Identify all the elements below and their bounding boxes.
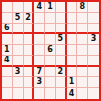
cell-r3c2[interactable] <box>13 24 24 35</box>
cell-r9c4[interactable] <box>34 88 45 99</box>
cell-r8c1[interactable] <box>2 77 13 88</box>
cell-r6c5[interactable] <box>45 56 56 67</box>
cell-r9c3[interactable] <box>24 88 35 99</box>
cell-r9c8[interactable] <box>77 88 88 99</box>
cell-r6c2[interactable] <box>13 56 24 67</box>
cell-r6c3[interactable] <box>24 56 35 67</box>
cell-r3c9[interactable] <box>88 24 99 35</box>
cell-r6c9[interactable] <box>88 56 99 67</box>
cell-r3c5[interactable] <box>45 24 56 35</box>
cell-r7c6[interactable]: 2 <box>56 67 67 78</box>
cell-r1c2[interactable] <box>13 2 24 13</box>
cell-r5c1[interactable]: 1 <box>2 45 13 56</box>
cell-r2c7[interactable] <box>67 13 78 24</box>
cell-r8c9[interactable] <box>88 77 99 88</box>
cell-r8c5[interactable] <box>45 77 56 88</box>
cell-r5c3[interactable] <box>24 45 35 56</box>
cell-r9c9[interactable] <box>88 88 99 99</box>
cell-r2c8[interactable] <box>77 13 88 24</box>
cell-r6c6[interactable] <box>56 56 67 67</box>
cell-r5c4[interactable] <box>34 45 45 56</box>
cell-r4c6[interactable]: 5 <box>56 34 67 45</box>
cell-r5c6[interactable] <box>56 45 67 56</box>
cell-r7c7[interactable] <box>67 67 78 78</box>
cell-r5c8[interactable] <box>77 45 88 56</box>
cell-r1c4[interactable]: 4 <box>34 2 45 13</box>
cell-r5c5[interactable]: 6 <box>45 45 56 56</box>
cell-r1c7[interactable] <box>67 2 78 13</box>
cell-r7c8[interactable] <box>77 67 88 78</box>
cell-r7c3[interactable] <box>24 67 35 78</box>
cell-r3c6[interactable] <box>56 24 67 35</box>
cell-r5c9[interactable] <box>88 45 99 56</box>
cell-r8c8[interactable] <box>77 77 88 88</box>
cell-r9c6[interactable] <box>56 88 67 99</box>
cell-r9c1[interactable] <box>2 88 13 99</box>
cell-r7c9[interactable] <box>88 67 99 78</box>
cell-r2c3[interactable]: 2 <box>24 13 35 24</box>
cell-r7c4[interactable]: 7 <box>34 67 45 78</box>
cell-r1c8[interactable]: 8 <box>77 2 88 13</box>
cell-r2c1[interactable] <box>2 13 13 24</box>
cell-r8c4[interactable]: 3 <box>34 77 45 88</box>
cell-r5c7[interactable] <box>67 45 78 56</box>
cell-r2c9[interactable] <box>88 13 99 24</box>
cell-r4c1[interactable] <box>2 34 13 45</box>
cell-r3c1[interactable]: 6 <box>2 24 13 35</box>
cell-r4c9[interactable]: 3 <box>88 34 99 45</box>
cell-r1c6[interactable] <box>56 2 67 13</box>
cell-r7c2[interactable]: 3 <box>13 67 24 78</box>
cell-r4c8[interactable] <box>77 34 88 45</box>
cell-r1c9[interactable] <box>88 2 99 13</box>
cell-r7c5[interactable] <box>45 67 56 78</box>
cell-r8c3[interactable] <box>24 77 35 88</box>
cell-r6c8[interactable] <box>77 56 88 67</box>
cell-r3c7[interactable] <box>67 24 78 35</box>
cell-r4c2[interactable] <box>13 34 24 45</box>
cell-r3c8[interactable] <box>77 24 88 35</box>
cell-r8c6[interactable] <box>56 77 67 88</box>
cell-r4c5[interactable] <box>45 34 56 45</box>
cell-r9c7[interactable]: 4 <box>67 88 78 99</box>
cell-r9c2[interactable] <box>13 88 24 99</box>
cell-r4c3[interactable] <box>24 34 35 45</box>
cell-r9c5[interactable] <box>45 88 56 99</box>
cell-r1c5[interactable]: 1 <box>45 2 56 13</box>
cell-r4c7[interactable] <box>67 34 78 45</box>
cell-r4c4[interactable] <box>34 34 45 45</box>
cell-r3c3[interactable] <box>24 24 35 35</box>
cell-r5c2[interactable] <box>13 45 24 56</box>
cell-r2c5[interactable] <box>45 13 56 24</box>
cell-r7c1[interactable] <box>2 67 13 78</box>
cell-r8c2[interactable] <box>13 77 24 88</box>
cell-r1c1[interactable] <box>2 2 13 13</box>
cell-r8c7[interactable]: 1 <box>67 77 78 88</box>
cell-r6c7[interactable] <box>67 56 78 67</box>
cell-r1c3[interactable] <box>24 2 35 13</box>
cell-r2c4[interactable] <box>34 13 45 24</box>
cell-r3c4[interactable] <box>34 24 45 35</box>
sudoku-board: 41852653164372314 <box>0 0 101 101</box>
cell-r6c1[interactable]: 4 <box>2 56 13 67</box>
cell-r2c6[interactable] <box>56 13 67 24</box>
cell-r2c2[interactable]: 5 <box>13 13 24 24</box>
cell-r6c4[interactable] <box>34 56 45 67</box>
